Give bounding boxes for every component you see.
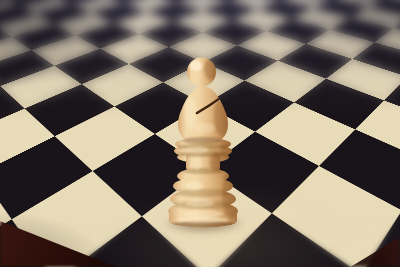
chess-photo-scene bbox=[0, 0, 400, 267]
white-bishop-piece bbox=[167, 54, 243, 230]
